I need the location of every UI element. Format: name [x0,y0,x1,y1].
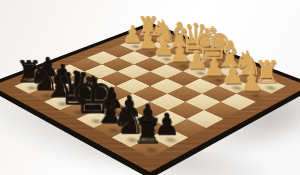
board-squares: ♜♞♝♛♚♝♞♜♟♟♟♟♟♟♟♟♟♟♟♟♟♟♟♟♜♞♝♛♚♝♞♜ [14,33,286,157]
product-photo: ♜♞♝♛♚♝♞♜♟♟♟♟♟♟♟♟♟♟♟♟♟♟♟♟♜♞♝♛♚♝♞♜ [0,0,300,175]
chess-board: ♜♞♝♛♚♝♞♜♟♟♟♟♟♟♟♟♟♟♟♟♟♟♟♟♜♞♝♛♚♝♞♜ [0,23,300,175]
piece-white-rook: ♜ [113,13,184,40]
board-frame: ♜♞♝♛♚♝♞♜♟♟♟♟♟♟♟♟♟♟♟♟♟♟♟♟♜♞♝♛♚♝♞♜ [0,26,300,172]
photo-scene: ♜♞♝♛♚♝♞♜♟♟♟♟♟♟♟♟♟♟♟♟♟♟♟♟♜♞♝♛♚♝♞♜ [0,0,300,175]
